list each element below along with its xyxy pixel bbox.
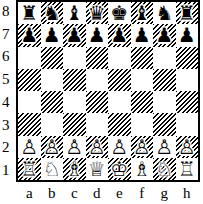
square-d2[interactable]: ♙ xyxy=(86,136,109,158)
white-knight-icon: ♘ xyxy=(155,158,173,180)
square-d7[interactable]: ♟ xyxy=(86,24,109,46)
square-c5[interactable] xyxy=(63,69,86,91)
square-f3[interactable] xyxy=(131,113,154,135)
square-f1[interactable]: ♗ xyxy=(131,158,154,180)
square-h3[interactable] xyxy=(176,113,199,135)
square-g6[interactable] xyxy=(153,47,176,69)
black-knight-icon: ♞ xyxy=(155,2,173,24)
square-a1[interactable]: ♖ xyxy=(18,158,41,180)
white-pawn-icon: ♙ xyxy=(133,136,151,158)
square-b5[interactable] xyxy=(41,69,64,91)
square-g2[interactable]: ♙ xyxy=(153,136,176,158)
file-label-f: f xyxy=(131,182,154,204)
white-knight-icon: ♘ xyxy=(43,158,61,180)
square-c4[interactable] xyxy=(63,91,86,113)
square-c8[interactable]: ♝ xyxy=(63,2,86,24)
file-label-g: g xyxy=(153,182,176,204)
square-e1[interactable]: ♔ xyxy=(108,158,131,180)
square-e6[interactable] xyxy=(108,47,131,69)
square-d1[interactable]: ♕ xyxy=(86,158,109,180)
square-e7[interactable]: ♟ xyxy=(108,24,131,46)
square-h1[interactable]: ♖ xyxy=(176,158,199,180)
square-h4[interactable] xyxy=(176,91,199,113)
square-g3[interactable] xyxy=(153,113,176,135)
square-d8[interactable]: ♛ xyxy=(86,2,109,24)
rank-label-6: 6 xyxy=(0,46,16,69)
black-pawn-icon: ♟ xyxy=(133,24,151,46)
square-d4[interactable] xyxy=(86,91,109,113)
file-label-e: e xyxy=(108,182,131,204)
file-label-d: d xyxy=(86,182,109,204)
square-b7[interactable]: ♟ xyxy=(41,24,64,46)
black-pawn-icon: ♟ xyxy=(43,24,61,46)
square-c3[interactable] xyxy=(63,113,86,135)
square-f4[interactable] xyxy=(131,91,154,113)
white-pawn-icon: ♙ xyxy=(110,136,128,158)
rank-labels: 87654321 xyxy=(0,0,16,182)
square-h5[interactable] xyxy=(176,69,199,91)
black-bishop-icon: ♝ xyxy=(65,2,83,24)
square-d6[interactable] xyxy=(86,47,109,69)
black-knight-icon: ♞ xyxy=(43,2,61,24)
square-a2[interactable]: ♙ xyxy=(18,136,41,158)
square-e5[interactable] xyxy=(108,69,131,91)
square-a3[interactable] xyxy=(18,113,41,135)
square-h6[interactable] xyxy=(176,47,199,69)
white-bishop-icon: ♗ xyxy=(65,158,83,180)
square-g5[interactable] xyxy=(153,69,176,91)
rank-label-8: 8 xyxy=(0,0,16,23)
rank-label-2: 2 xyxy=(0,137,16,160)
rank-label-4: 4 xyxy=(0,91,16,114)
square-f5[interactable] xyxy=(131,69,154,91)
square-b3[interactable] xyxy=(41,113,64,135)
square-f8[interactable]: ♝ xyxy=(131,2,154,24)
square-b8[interactable]: ♞ xyxy=(41,2,64,24)
square-g7[interactable]: ♟ xyxy=(153,24,176,46)
square-h8[interactable]: ♜ xyxy=(176,2,199,24)
square-a5[interactable] xyxy=(18,69,41,91)
white-pawn-icon: ♙ xyxy=(43,136,61,158)
square-c7[interactable]: ♟ xyxy=(63,24,86,46)
square-g8[interactable]: ♞ xyxy=(153,2,176,24)
white-pawn-icon: ♙ xyxy=(20,136,38,158)
rank-label-1: 1 xyxy=(0,159,16,182)
square-b1[interactable]: ♘ xyxy=(41,158,64,180)
black-king-icon: ♚ xyxy=(110,2,128,24)
white-rook-icon: ♖ xyxy=(178,158,196,180)
square-h2[interactable]: ♙ xyxy=(176,136,199,158)
black-queen-icon: ♛ xyxy=(88,2,106,24)
square-e4[interactable] xyxy=(108,91,131,113)
white-pawn-icon: ♙ xyxy=(65,136,83,158)
white-bishop-icon: ♗ xyxy=(133,158,151,180)
square-f7[interactable]: ♟ xyxy=(131,24,154,46)
square-a8[interactable]: ♜ xyxy=(18,2,41,24)
black-pawn-icon: ♟ xyxy=(20,24,38,46)
rank-label-7: 7 xyxy=(0,23,16,46)
square-c2[interactable]: ♙ xyxy=(63,136,86,158)
file-label-c: c xyxy=(63,182,86,204)
chess-board: ♜♞♝♛♚♝♞♜♟♟♟♟♟♟♟♟♙♙♙♙♙♙♙♙♖♘♗♕♔♗♘♖ xyxy=(16,0,200,182)
black-pawn-icon: ♟ xyxy=(88,24,106,46)
square-b6[interactable] xyxy=(41,47,64,69)
square-e8[interactable]: ♚ xyxy=(108,2,131,24)
square-g4[interactable] xyxy=(153,91,176,113)
white-pawn-icon: ♙ xyxy=(155,136,173,158)
file-label-h: h xyxy=(176,182,199,204)
square-a4[interactable] xyxy=(18,91,41,113)
black-rook-icon: ♜ xyxy=(20,2,38,24)
square-h7[interactable]: ♟ xyxy=(176,24,199,46)
white-queen-icon: ♕ xyxy=(88,158,106,180)
white-king-icon: ♔ xyxy=(110,158,128,180)
black-rook-icon: ♜ xyxy=(178,2,196,24)
square-e3[interactable] xyxy=(108,113,131,135)
file-label-b: b xyxy=(41,182,64,204)
black-pawn-icon: ♟ xyxy=(178,24,196,46)
square-d3[interactable] xyxy=(86,113,109,135)
square-f6[interactable] xyxy=(131,47,154,69)
black-pawn-icon: ♟ xyxy=(65,24,83,46)
square-b4[interactable] xyxy=(41,91,64,113)
black-bishop-icon: ♝ xyxy=(133,2,151,24)
square-e2[interactable]: ♙ xyxy=(108,136,131,158)
file-label-a: a xyxy=(18,182,41,204)
square-f2[interactable]: ♙ xyxy=(131,136,154,158)
square-b2[interactable]: ♙ xyxy=(41,136,64,158)
black-pawn-icon: ♟ xyxy=(110,24,128,46)
rank-label-3: 3 xyxy=(0,114,16,137)
chess-diagram: 87654321 ♜♞♝♛♚♝♞♜♟♟♟♟♟♟♟♟♙♙♙♙♙♙♙♙♖♘♗♕♔♗♘… xyxy=(0,0,203,204)
white-rook-icon: ♖ xyxy=(20,158,38,180)
white-pawn-icon: ♙ xyxy=(178,136,196,158)
rank-label-5: 5 xyxy=(0,68,16,91)
square-d5[interactable] xyxy=(86,69,109,91)
white-pawn-icon: ♙ xyxy=(88,136,106,158)
square-c1[interactable]: ♗ xyxy=(63,158,86,180)
square-c6[interactable] xyxy=(63,47,86,69)
square-a6[interactable] xyxy=(18,47,41,69)
file-labels: abcdefgh xyxy=(16,182,200,204)
black-pawn-icon: ♟ xyxy=(155,24,173,46)
square-a7[interactable]: ♟ xyxy=(18,24,41,46)
square-g1[interactable]: ♘ xyxy=(153,158,176,180)
